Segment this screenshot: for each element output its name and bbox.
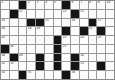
cell-2-1[interactable]	[10, 19, 18, 27]
cell-3-2[interactable]	[19, 27, 27, 35]
black-cell-4-6	[54, 36, 62, 44]
cell-1-10[interactable]	[89, 10, 97, 18]
cell-3-8[interactable]	[71, 27, 79, 35]
clue-number-2: 2	[28, 1, 30, 4]
cell-8-8[interactable]: 36	[71, 71, 79, 79]
cell-5-9[interactable]	[80, 45, 88, 53]
cell-8-11[interactable]	[97, 71, 105, 79]
black-cell-3-9	[80, 27, 88, 35]
cell-1-0[interactable]	[1, 10, 9, 18]
cell-4-11[interactable]: 25	[97, 36, 105, 44]
clue-number-5: 5	[54, 1, 56, 4]
cell-0-4[interactable]: 3	[36, 1, 44, 9]
black-cell-6-6	[54, 54, 62, 62]
cell-2-6[interactable]	[54, 19, 62, 27]
clue-number-14: 14	[1, 19, 4, 22]
cell-1-5[interactable]	[45, 10, 53, 18]
clue-number-35: 35	[28, 71, 31, 74]
cell-4-0[interactable]: 22	[1, 36, 9, 44]
clue-number-1: 1	[1, 1, 3, 4]
clue-number-9: 9	[98, 1, 100, 4]
cell-0-3[interactable]: 2	[27, 1, 35, 9]
cell-0-12[interactable]: 10	[106, 1, 114, 9]
cell-1-11[interactable]	[97, 10, 105, 18]
clue-number-8: 8	[89, 1, 91, 4]
cell-8-9[interactable]	[80, 71, 88, 79]
black-cell-6-8	[71, 54, 79, 62]
cell-1-4[interactable]	[36, 10, 44, 18]
clue-number-34: 34	[1, 71, 4, 74]
clue-number-25: 25	[98, 36, 101, 39]
black-cell-3-11	[97, 27, 105, 35]
clue-number-32: 32	[10, 62, 13, 65]
black-cell-7-6	[54, 62, 62, 70]
cell-2-7[interactable]	[62, 19, 70, 27]
cell-3-5[interactable]	[45, 27, 53, 35]
cell-3-4[interactable]: 20	[36, 27, 44, 35]
clue-number-24: 24	[80, 36, 83, 39]
clue-number-15: 15	[45, 19, 48, 22]
cell-2-0[interactable]: 14	[1, 19, 9, 27]
cell-5-7[interactable]: 27	[62, 45, 70, 53]
cell-7-2[interactable]	[19, 62, 27, 70]
clue-number-26: 26	[10, 45, 13, 48]
clue-number-16: 16	[72, 19, 75, 22]
cell-6-9[interactable]: 30	[80, 54, 88, 62]
cell-7-3[interactable]	[27, 62, 35, 70]
black-cell-5-0	[1, 45, 9, 53]
cell-2-9[interactable]	[80, 19, 88, 27]
clue-number-31: 31	[1, 62, 4, 65]
cell-4-1[interactable]	[10, 36, 18, 44]
cell-8-5[interactable]	[45, 71, 53, 79]
cell-0-0[interactable]: 1	[1, 1, 9, 9]
cell-6-5[interactable]	[45, 54, 53, 62]
black-cell-1-8	[71, 10, 79, 18]
cell-7-12[interactable]	[106, 62, 114, 70]
clue-number-33: 33	[80, 62, 83, 65]
clue-number-19: 19	[28, 27, 31, 30]
cell-0-10[interactable]: 8	[89, 1, 97, 9]
black-cell-1-1	[10, 10, 18, 18]
crossword-board: 1234567891011121314151617181920212223242…	[0, 0, 115, 80]
black-cell-3-7	[62, 27, 70, 35]
cell-7-10[interactable]	[89, 62, 97, 70]
cell-6-3[interactable]	[27, 54, 35, 62]
cell-0-8[interactable]: 6	[71, 1, 79, 9]
cell-7-0[interactable]: 31	[1, 62, 9, 70]
cell-6-7[interactable]	[62, 54, 70, 62]
clue-number-29: 29	[19, 54, 22, 57]
cell-4-3[interactable]	[27, 36, 35, 44]
cell-0-11[interactable]: 9	[97, 1, 105, 9]
cell-8-0[interactable]: 34	[1, 71, 9, 79]
cell-0-9[interactable]: 7	[80, 1, 88, 9]
cell-2-2[interactable]	[19, 19, 27, 27]
black-cell-8-7	[62, 71, 70, 79]
cell-5-10[interactable]	[89, 45, 97, 53]
clue-number-27: 27	[63, 45, 66, 48]
cell-5-2[interactable]	[19, 45, 27, 53]
clue-number-11: 11	[19, 10, 22, 13]
clue-number-22: 22	[1, 36, 4, 39]
clue-number-17: 17	[98, 19, 101, 22]
cell-6-2[interactable]: 29	[19, 54, 27, 62]
cell-2-5[interactable]: 15	[45, 19, 53, 27]
cell-5-3[interactable]	[27, 45, 35, 53]
cell-7-5[interactable]	[45, 62, 53, 70]
cell-4-8[interactable]	[71, 36, 79, 44]
cell-1-9[interactable]: 13	[80, 10, 88, 18]
black-cell-5-6	[54, 45, 62, 53]
cell-5-5[interactable]	[45, 45, 53, 53]
cell-4-10[interactable]	[89, 36, 97, 44]
cell-4-4[interactable]	[36, 36, 44, 44]
clue-number-30: 30	[80, 54, 83, 57]
cell-2-8[interactable]: 16	[71, 19, 79, 27]
cell-6-11[interactable]	[97, 54, 105, 62]
cell-3-10[interactable]: 21	[89, 27, 97, 35]
black-cell-0-2	[19, 1, 27, 9]
clue-number-20: 20	[36, 27, 39, 30]
black-cell-8-2	[19, 71, 27, 79]
clue-number-7: 7	[80, 1, 82, 4]
black-cell-0-7	[62, 1, 70, 9]
cell-8-4[interactable]	[36, 71, 44, 79]
black-cell-6-4	[36, 54, 44, 62]
clue-number-6: 6	[72, 1, 74, 4]
cell-5-1[interactable]: 26	[10, 45, 18, 53]
clue-number-18: 18	[1, 27, 4, 30]
black-cell-2-4	[36, 19, 44, 27]
cell-5-11[interactable]	[97, 45, 105, 53]
cell-0-6[interactable]: 5	[54, 1, 62, 9]
cell-2-11[interactable]: 17	[97, 19, 105, 27]
cell-3-12[interactable]	[106, 27, 114, 35]
clue-number-36: 36	[72, 71, 75, 74]
cell-5-8[interactable]	[71, 45, 79, 53]
clue-number-21: 21	[89, 27, 92, 30]
cell-0-5[interactable]: 4	[45, 1, 53, 9]
cell-8-6[interactable]	[54, 71, 62, 79]
cell-2-12[interactable]	[106, 19, 114, 27]
cell-1-12[interactable]	[106, 10, 114, 18]
cell-8-12[interactable]	[106, 71, 114, 79]
cell-3-3[interactable]: 19	[27, 27, 35, 35]
cell-6-10[interactable]	[89, 54, 97, 62]
cell-7-9[interactable]: 33	[80, 62, 88, 70]
cell-3-0[interactable]: 18	[1, 27, 9, 35]
cell-8-10[interactable]	[89, 71, 97, 79]
clue-number-23: 23	[63, 36, 66, 39]
black-cell-7-4	[36, 62, 44, 70]
clue-number-12: 12	[63, 10, 66, 13]
black-cell-2-3	[27, 19, 35, 27]
clue-number-28: 28	[1, 54, 4, 57]
black-cell-2-10	[89, 19, 97, 27]
cell-3-1[interactable]	[10, 27, 18, 35]
cell-7-1[interactable]: 32	[10, 62, 18, 70]
cell-1-2[interactable]: 11	[19, 10, 27, 18]
cell-4-2[interactable]	[19, 36, 27, 44]
cell-4-9[interactable]: 24	[80, 36, 88, 44]
cell-4-7[interactable]: 23	[62, 36, 70, 44]
cell-1-6[interactable]	[54, 10, 62, 18]
cell-7-7[interactable]	[62, 62, 70, 70]
clue-number-3: 3	[36, 1, 38, 4]
black-cell-7-8	[71, 62, 79, 70]
clue-number-10: 10	[107, 1, 110, 4]
cell-4-12[interactable]	[106, 36, 114, 44]
cell-5-4[interactable]	[36, 45, 44, 53]
cell-5-12[interactable]	[106, 45, 114, 53]
black-cell-7-11	[97, 62, 105, 70]
cell-1-3[interactable]	[27, 10, 35, 18]
cell-6-0[interactable]: 28	[1, 54, 9, 62]
cell-1-7[interactable]: 12	[62, 10, 70, 18]
cell-6-12[interactable]	[106, 54, 114, 62]
cell-3-6[interactable]	[54, 27, 62, 35]
clue-number-13: 13	[80, 10, 83, 13]
black-cell-6-1	[10, 54, 18, 62]
cell-0-1[interactable]	[10, 1, 18, 9]
cell-4-5[interactable]	[45, 36, 53, 44]
cell-8-1[interactable]	[10, 71, 18, 79]
clue-number-4: 4	[45, 1, 47, 4]
cell-8-3[interactable]: 35	[27, 71, 35, 79]
